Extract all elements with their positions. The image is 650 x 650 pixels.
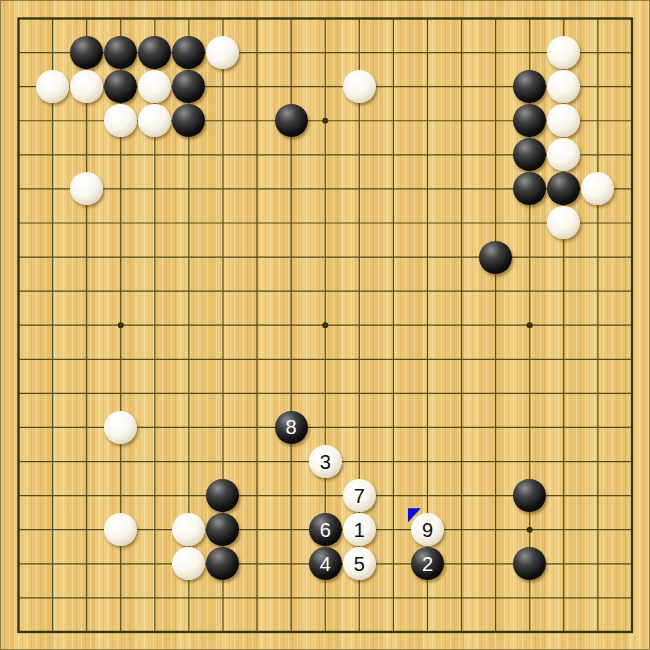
star-point (322, 118, 328, 124)
stone-black-j7[interactable]: 8 (275, 411, 308, 444)
move-number: 9 (422, 519, 433, 539)
move-number: 3 (320, 451, 331, 471)
move-number: 5 (354, 553, 365, 573)
move-number: 4 (320, 553, 331, 573)
stone-white-l5[interactable]: 7 (343, 479, 376, 512)
goban[interactable]: 837619452 (0, 0, 650, 650)
stone-black-c18[interactable] (70, 36, 103, 69)
move-number: 7 (354, 485, 365, 505)
move-number: 1 (354, 519, 365, 539)
stone-black-p12[interactable] (479, 241, 512, 274)
move-number: 8 (286, 417, 297, 437)
stone-white-l3[interactable]: 5 (343, 547, 376, 580)
stone-white-k6[interactable]: 3 (309, 445, 342, 478)
move-number: 2 (422, 553, 433, 573)
stone-black-k4[interactable]: 6 (309, 513, 342, 546)
stone-white-n4[interactable]: 9 (411, 513, 444, 546)
stone-black-n3[interactable]: 2 (411, 547, 444, 580)
star-point (527, 322, 533, 328)
stone-white-l17[interactable] (343, 70, 376, 103)
stone-white-l4[interactable]: 1 (343, 513, 376, 546)
stone-white-d7[interactable] (104, 411, 137, 444)
stone-black-k3[interactable]: 4 (309, 547, 342, 580)
star-point (322, 322, 328, 328)
move-number: 6 (320, 519, 331, 539)
stone-white-b17[interactable] (36, 70, 69, 103)
star-point (118, 322, 124, 328)
star-point (527, 527, 533, 533)
stone-black-j16[interactable] (275, 104, 308, 137)
